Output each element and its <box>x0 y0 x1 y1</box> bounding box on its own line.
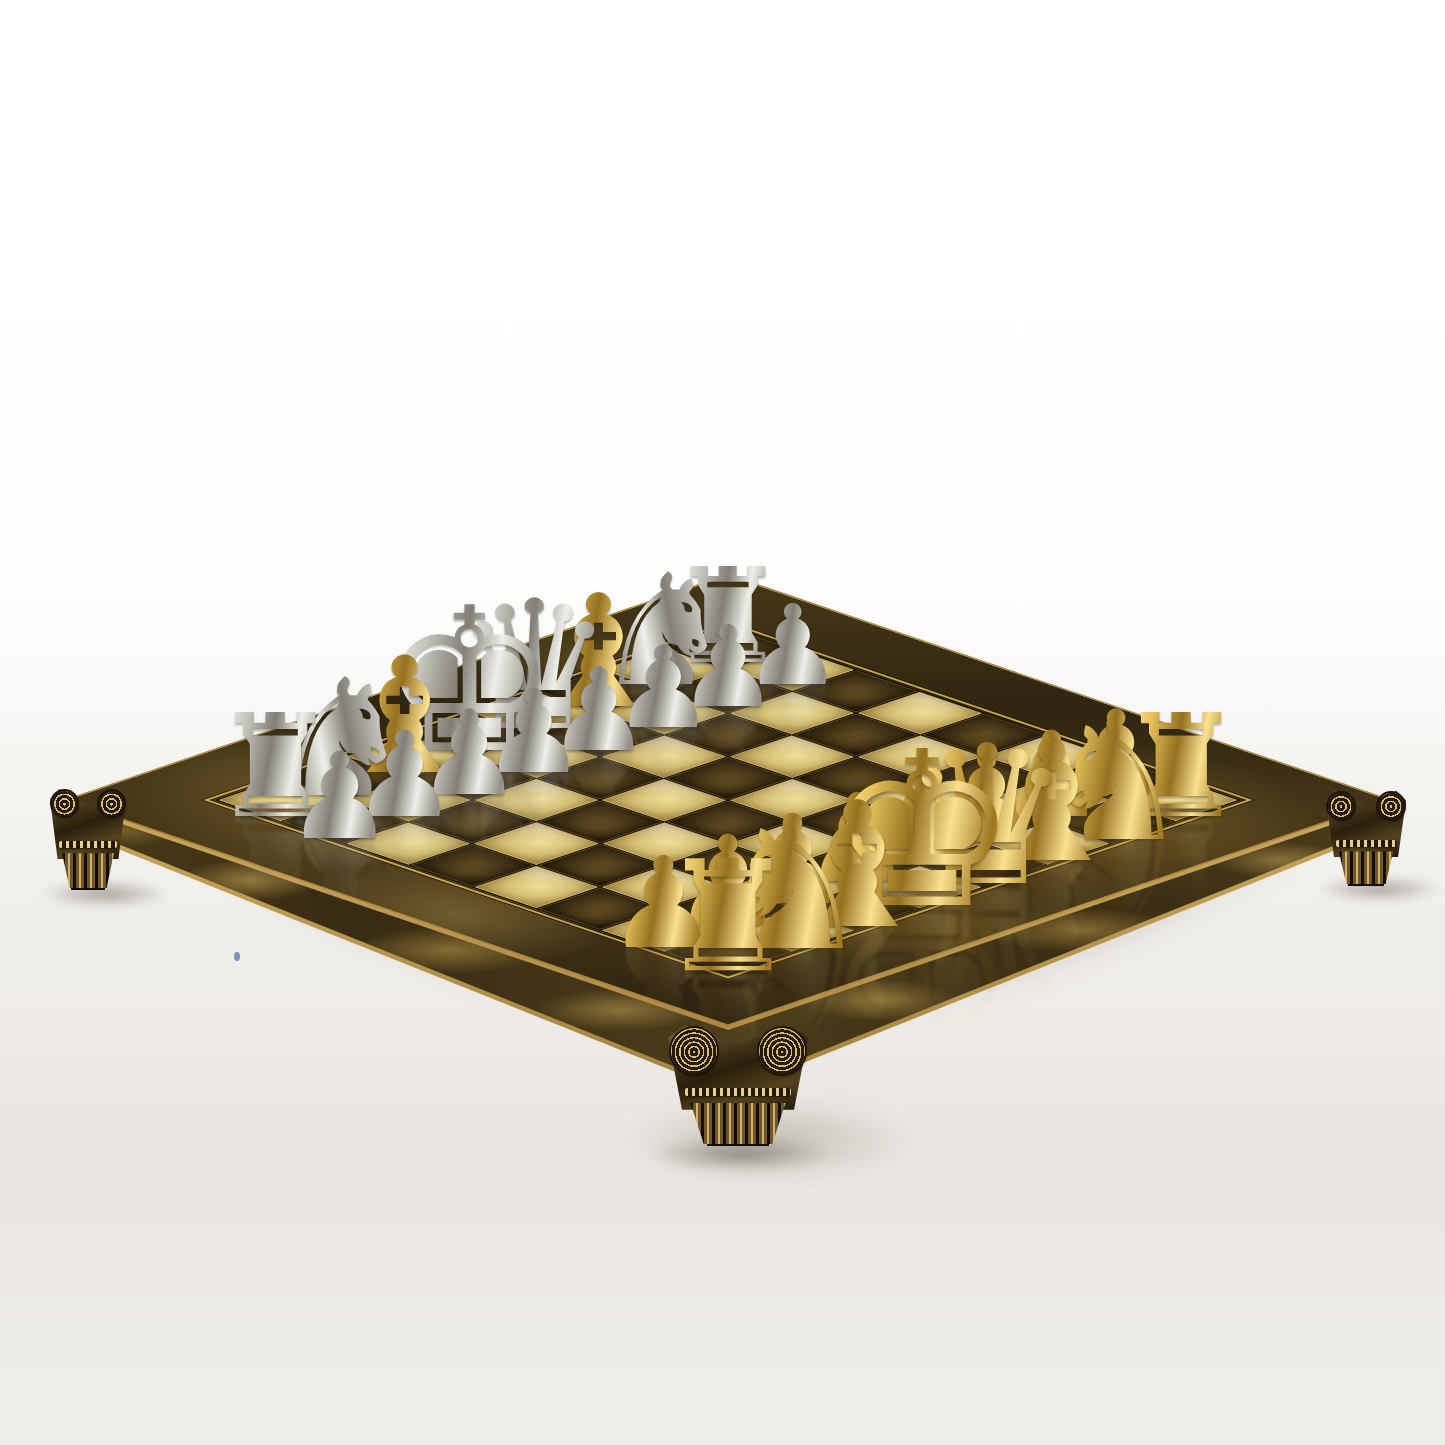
piece-black-pawn-h7: ♟♟ <box>607 841 720 946</box>
piece-black-pawn-a7: ♟♟ <box>1064 695 1169 792</box>
piece-white-pawn-f2: ♟♟ <box>417 695 522 792</box>
piece-black-pawn-f7: ♟♟ <box>737 799 848 902</box>
piece-black-pawn-d7: ♟♟ <box>868 757 977 858</box>
piece-white-rook-a1: ♜♜ <box>669 550 787 660</box>
piece-black-rook-h8: ♜♜ <box>659 841 796 968</box>
piece-black-knight-b8: ♞♞ <box>1042 698 1191 836</box>
pieces-layer: ♜♜♞♞♝♝♛♛♚♚♝♝♞♞♜♜♟♟♟♟♟♟♟♟♟♟♟♟♟♟♟♟♟♟♟♟♟♟♟♟… <box>0 0 1445 1445</box>
piece-white-bishop-f1: ♝♝ <box>332 636 477 770</box>
piece-black-king-e8: ♚♚ <box>826 724 1019 902</box>
piece-white-pawn-c2: ♟♟ <box>612 632 714 726</box>
piece-white-pawn-a2: ♟♟ <box>743 590 843 682</box>
piece-black-queen-d8: ♛♛ <box>900 720 1073 880</box>
piece-white-rook-h1: ♜♜ <box>211 696 339 814</box>
piece-black-pawn-e7: ♟♟ <box>803 778 913 880</box>
product-photo-scene: ♜♜♞♞♝♝♛♛♚♚♝♝♞♞♜♜♟♟♟♟♟♟♟♟♟♟♟♟♟♟♟♟♟♟♟♟♟♟♟♟… <box>0 0 1445 1445</box>
piece-white-bishop-c1: ♝♝ <box>529 575 669 705</box>
piece-white-knight-g1: ♞♞ <box>267 657 413 792</box>
piece-white-pawn-b2: ♟♟ <box>678 611 779 704</box>
piece-black-pawn-g7: ♟♟ <box>672 820 784 924</box>
piece-black-pawn-c7: ♟♟ <box>933 737 1040 836</box>
piece-white-king-e1: ♚♚ <box>380 582 559 748</box>
piece-black-knight-g8: ♞♞ <box>714 800 871 946</box>
piece-black-pawn-b7: ♟♟ <box>998 716 1104 814</box>
piece-white-pawn-d2: ♟♟ <box>547 653 650 748</box>
piece-white-knight-b1: ♞♞ <box>594 554 732 682</box>
piece-black-bishop-f8: ♝♝ <box>780 780 936 924</box>
piece-white-pawn-e2: ♟♟ <box>482 674 586 770</box>
piece-black-bishop-c8: ♝♝ <box>976 718 1127 858</box>
piece-white-pawn-g2: ♟♟ <box>351 716 457 814</box>
piece-white-queen-d1: ♛♛ <box>454 577 614 726</box>
piece-black-rook-a8: ♜♜ <box>1117 696 1245 814</box>
piece-white-pawn-h2: ♟♟ <box>286 737 393 836</box>
